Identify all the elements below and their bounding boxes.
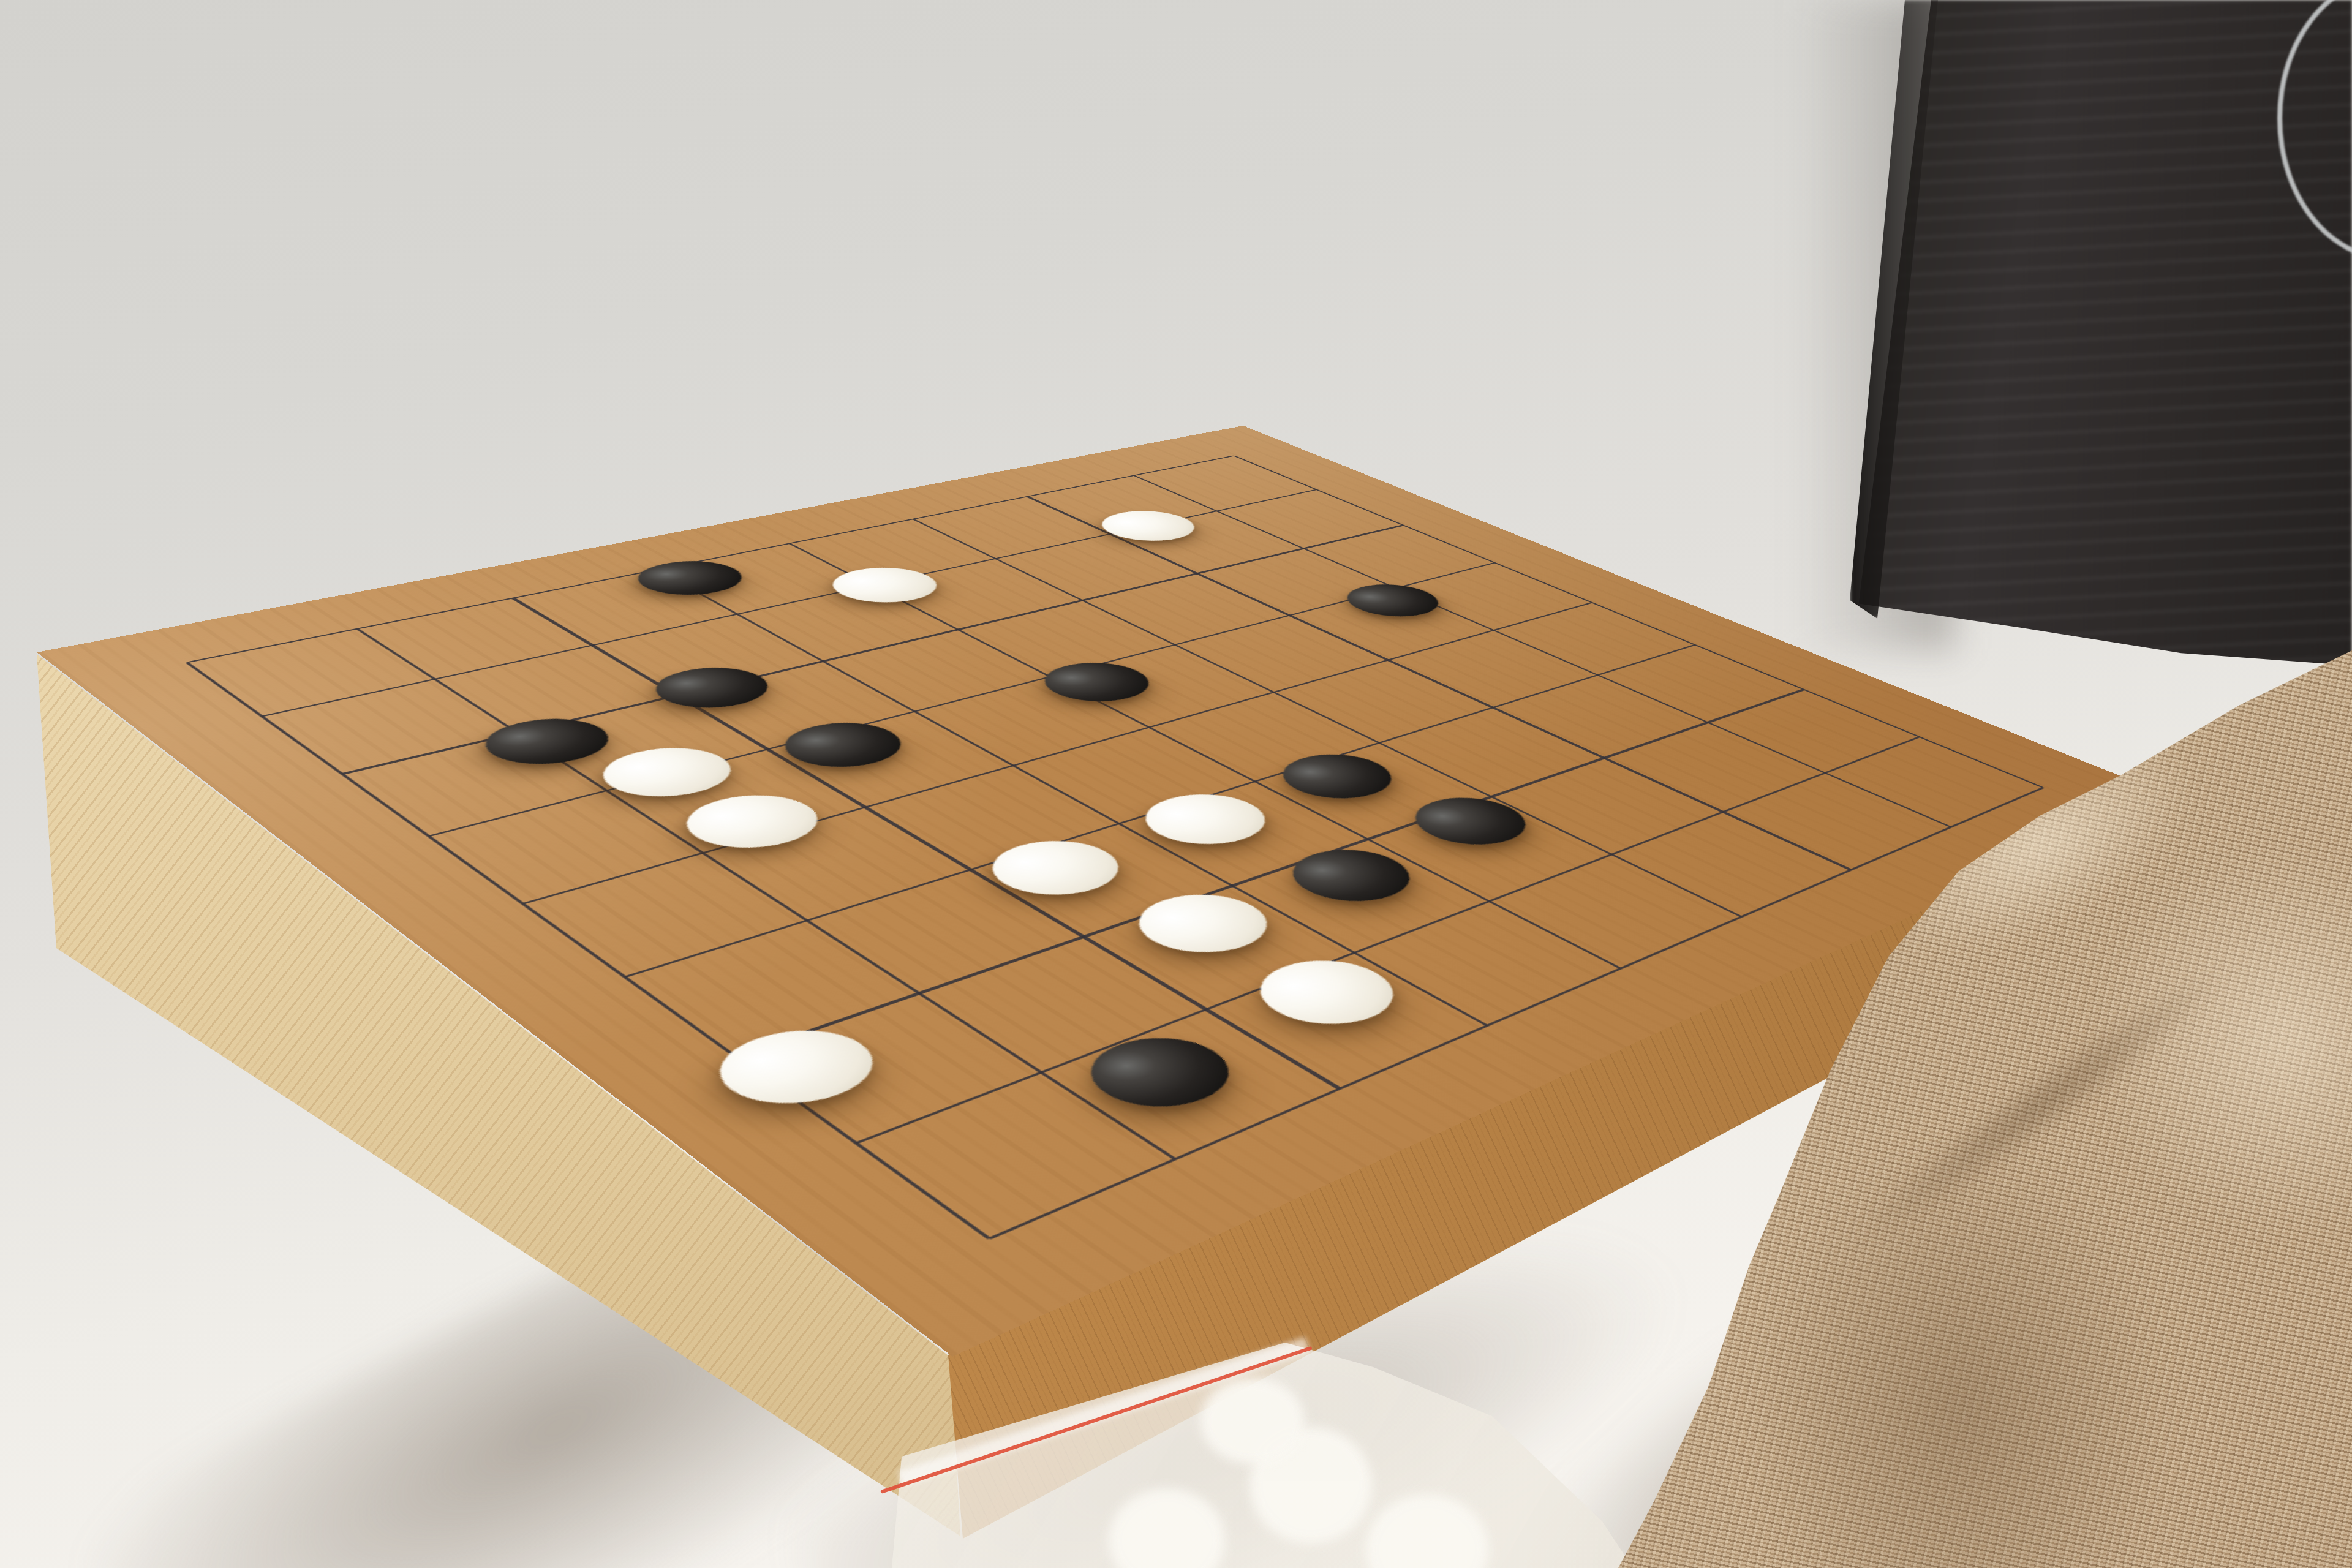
photo-scene: [0, 0, 2352, 1568]
spare-white-stone: [1366, 1494, 1488, 1568]
spare-white-stone: [1200, 1378, 1305, 1464]
spare-white-stone: [1109, 1488, 1225, 1568]
bag-shading: [1746, 1133, 2174, 1568]
